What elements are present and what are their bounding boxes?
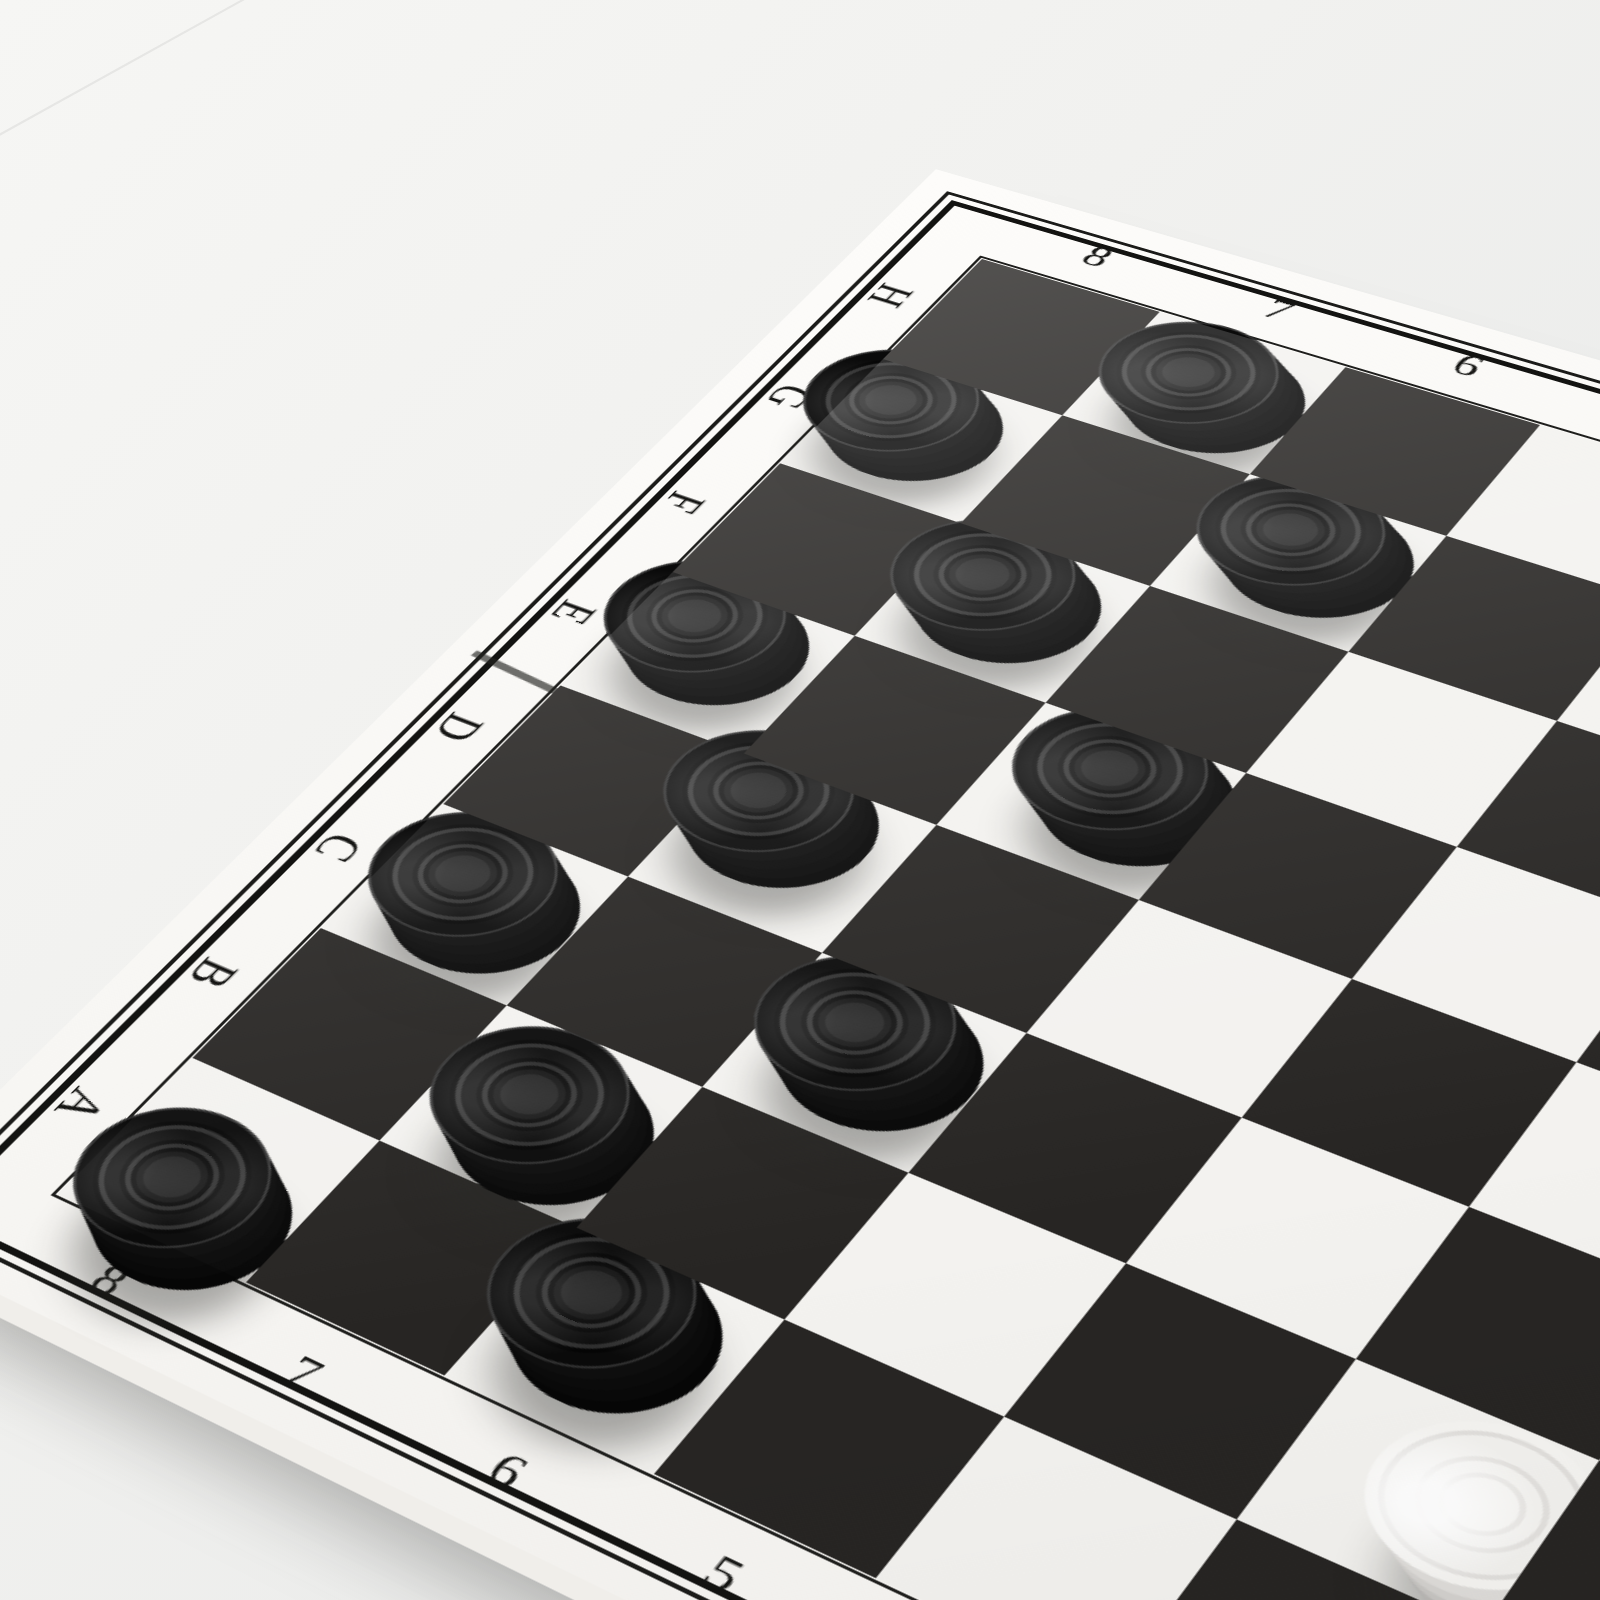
rank-label-right-7: 7: [1236, 285, 1322, 333]
file-label-top-H: H: [849, 272, 933, 319]
rank-label-left-6: 6: [455, 1430, 562, 1509]
file-label-top-D: D: [413, 699, 504, 756]
photo-stage: ABCDEFGH ABCDEFGH 87654321 87654321 ⛂⛂⛂⛂…: [0, 0, 1600, 1600]
backdrop-edge-line: [0, 0, 260, 152]
rank-label-right-8: 8: [1056, 233, 1140, 279]
rank-label-right-6: 6: [1425, 340, 1513, 390]
fold-notch: [471, 650, 560, 694]
file-label-top-F: F: [640, 477, 727, 529]
file-label-top-B: B: [166, 942, 261, 1005]
board-paper: ABCDEFGH ABCDEFGH 87654321 87654321 ⛂⛂⛂⛂…: [0, 169, 1600, 1600]
rank-label-left-7: 7: [252, 1335, 356, 1411]
rank-label-left-5: 5: [669, 1532, 779, 1600]
board: ABCDEFGH ABCDEFGH 87654321 87654321 ⛂⛂⛂⛂…: [0, 169, 1600, 1600]
